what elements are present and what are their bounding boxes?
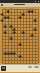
top-bar — [0, 3, 40, 8]
white-stone — [7, 28, 10, 31]
black-stone — [34, 28, 37, 31]
black-stone — [31, 10, 34, 13]
grid-line-horizontal — [2, 15, 38, 16]
bottom-toolbar — [0, 64, 40, 73]
white-stone — [13, 46, 16, 49]
white-stone — [7, 46, 10, 49]
black-stone — [34, 19, 37, 22]
toolbar-pill-button-2[interactable] — [34, 66, 39, 69]
grid-line-horizontal — [2, 33, 38, 34]
white-stone — [10, 19, 13, 22]
white-stone — [37, 40, 40, 43]
white-stone — [16, 10, 19, 13]
black-stone — [4, 31, 7, 34]
menu-button-icon — [2, 67, 5, 70]
white-stone — [13, 40, 16, 43]
black-stone — [22, 13, 25, 16]
black-stone — [13, 31, 16, 34]
page-title — [14, 4, 25, 5]
grid-line-horizontal — [2, 51, 38, 52]
menu-button[interactable] — [1, 66, 6, 71]
black-stone — [19, 43, 22, 46]
black-stone — [19, 55, 22, 58]
grid-line-horizontal — [2, 24, 38, 25]
go-board[interactable] — [0, 7, 40, 64]
grid-line-vertical — [38, 9, 39, 63]
white-stone — [10, 55, 13, 58]
black-stone — [7, 10, 10, 13]
black-stone — [19, 16, 22, 19]
toolbar-pill-button-1[interactable] — [28, 66, 33, 69]
grid-line-horizontal — [2, 42, 38, 43]
back-icon[interactable] — [1, 4, 3, 6]
grid-line-horizontal — [2, 60, 38, 61]
white-stone — [28, 37, 31, 40]
